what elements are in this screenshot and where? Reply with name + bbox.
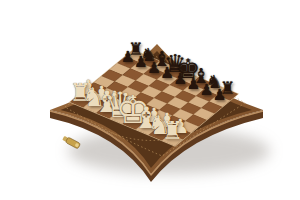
chess-set-photo: ♜♞♝♛♚♝♞♜♟♟♟♟♟♟♟♟♟♟♟♟♟♟♟♟♜♞♝♛♚♝♞♜ (0, 0, 300, 200)
brass-latch-icon (62, 135, 81, 149)
